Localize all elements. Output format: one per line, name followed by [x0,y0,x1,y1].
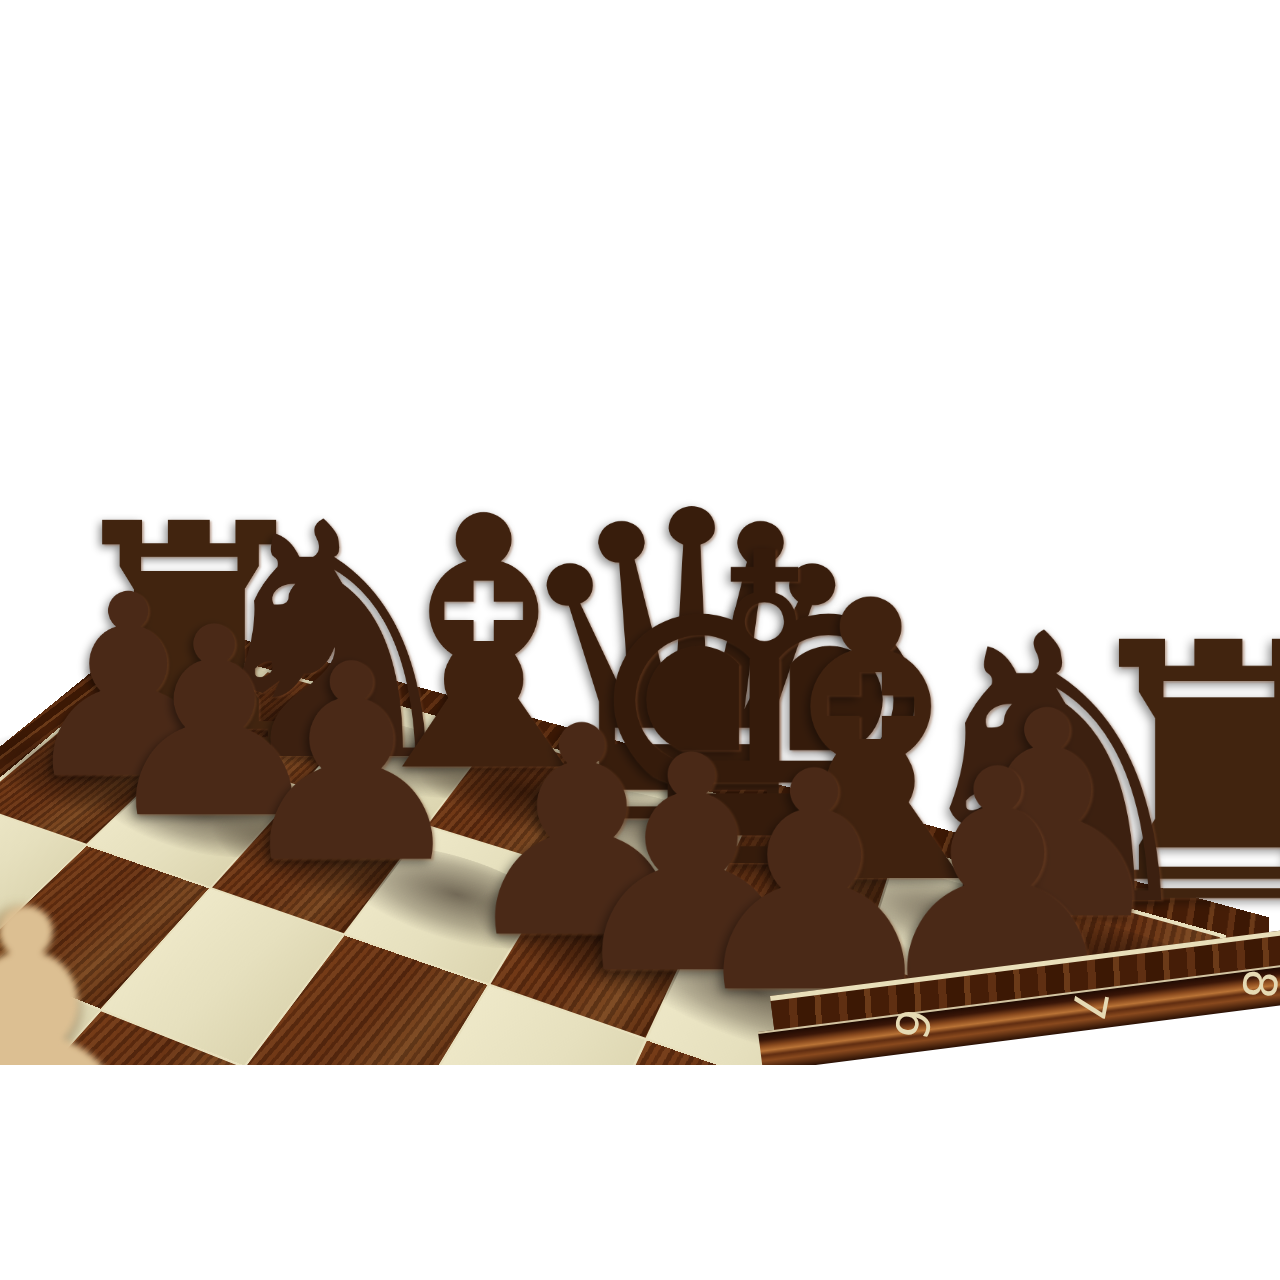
rank-label-8: 8 [1235,967,1280,1002]
chess-scene: ♜♞♝♛♚♝♞♜♟♟♟♟♟♟♟♟ [0,0,1280,1065]
photo-canvas: ♜♞♝♛♚♝♞♜♟♟♟♟♟♟♟♟ 678 ♟ [0,0,1280,1280]
photo-area: ♜♞♝♛♚♝♞♜♟♟♟♟♟♟♟♟ 678 ♟ [0,0,1280,1065]
white-pawn-piece[interactable]: ♟ [0,867,176,1065]
